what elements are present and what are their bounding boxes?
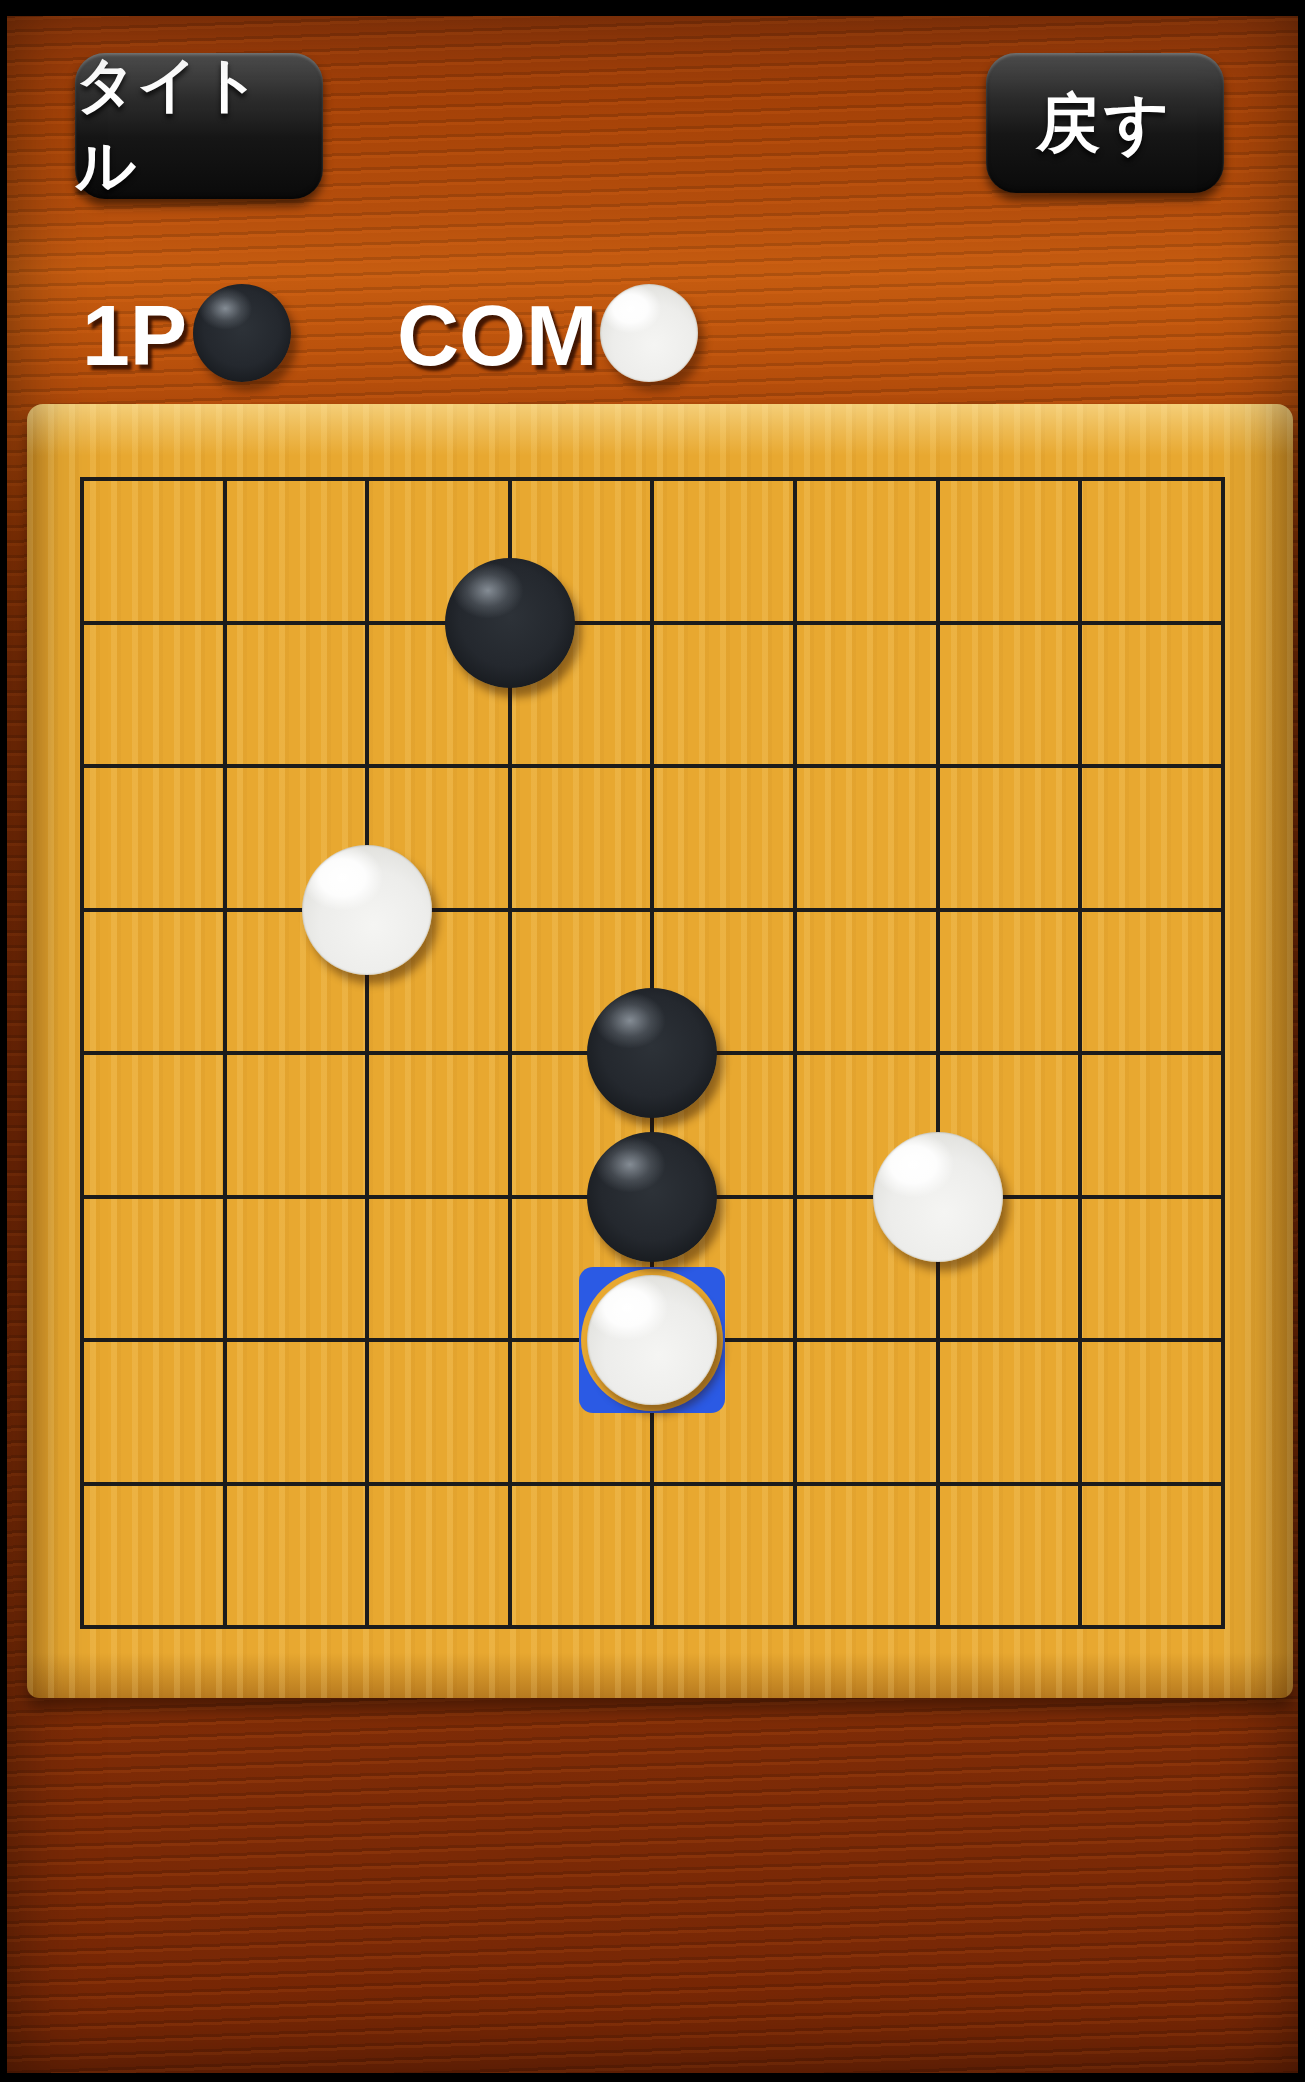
app-screen: タイトル 戻す 1P COM [0,0,1305,2082]
player1-label: 1P [82,292,187,378]
stone-white [873,1132,1003,1262]
stone-black [445,558,575,688]
grid-line-h [80,1625,1225,1629]
title-button[interactable]: タイトル [75,53,323,199]
screen-frame-top [0,0,1305,16]
com-stone-icon [600,284,698,382]
grid-line-v [936,477,940,1629]
grid-line-v [793,477,797,1629]
stone-black [587,988,717,1118]
screen-frame-bottom [0,2073,1305,2082]
player1-stone-icon [193,284,291,382]
undo-button[interactable]: 戻す [986,53,1224,193]
stone-white [302,845,432,975]
grid-line-h [80,1482,1225,1486]
stone-black [587,1132,717,1262]
stone-white [587,1275,717,1405]
go-board[interactable] [27,404,1293,1698]
com-label: COM [397,292,598,378]
screen-frame-left [0,0,7,2082]
grid-line-v [1078,477,1082,1629]
grid-line-v [1221,477,1225,1629]
screen-frame-right [1298,0,1305,2082]
